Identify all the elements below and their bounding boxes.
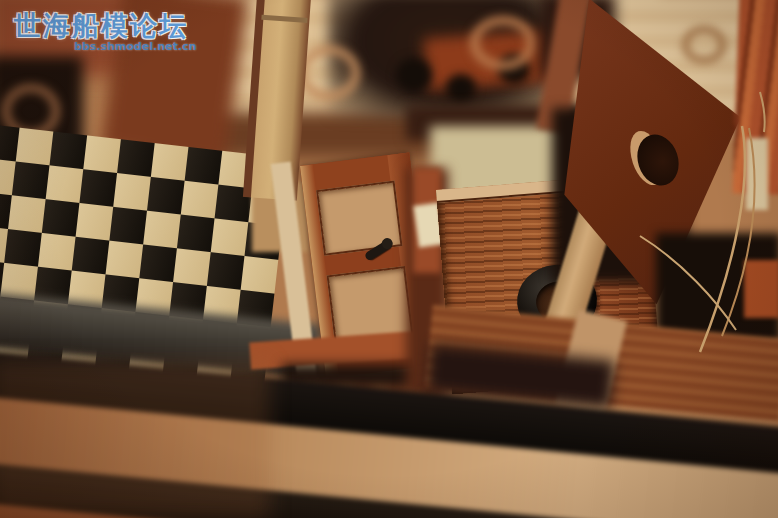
right-pale-post xyxy=(746,138,768,210)
board-cell xyxy=(241,256,279,294)
board-cell xyxy=(185,147,223,185)
board-cell xyxy=(4,229,42,267)
board-cell xyxy=(72,237,110,275)
ship-model-photo: 世海船模论坛 bbs.shmodel.net.cn xyxy=(0,0,778,518)
board-cell xyxy=(117,139,155,177)
board-cell xyxy=(83,135,121,173)
cannon-wheel xyxy=(446,74,476,102)
board-cell xyxy=(151,143,189,181)
rope-coil-icon xyxy=(682,26,726,64)
board-cell xyxy=(181,181,219,219)
board-cell xyxy=(8,195,46,233)
cannon-wheel xyxy=(396,58,432,92)
board-cell xyxy=(207,252,245,290)
board-cell xyxy=(143,211,181,249)
board-cell xyxy=(42,199,80,237)
board-cell xyxy=(79,169,117,207)
board-cell xyxy=(109,207,147,245)
board-cell xyxy=(46,165,84,203)
board-cell xyxy=(147,177,185,215)
watermark-url: bbs.shmodel.net.cn xyxy=(74,40,196,53)
right-red-timber xyxy=(744,260,778,318)
board-cell xyxy=(49,132,87,170)
board-cell xyxy=(16,128,54,166)
rope-coil-icon xyxy=(470,16,536,70)
board-cell xyxy=(177,215,215,253)
rope-coil-icon xyxy=(298,46,360,100)
board-cell xyxy=(113,173,151,211)
board-cell xyxy=(211,218,249,256)
watermark-logo: 世海船模论坛 xyxy=(14,8,188,44)
board-cell xyxy=(106,241,144,279)
board-cell xyxy=(139,244,177,282)
board-cell xyxy=(12,161,50,199)
board-cell xyxy=(173,248,211,286)
board-cell xyxy=(76,203,114,241)
board-cell xyxy=(38,233,76,271)
